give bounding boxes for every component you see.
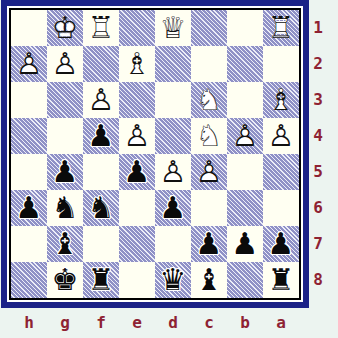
square-c7[interactable]: ♟: [191, 226, 227, 262]
piece-white-pawn: ♙: [227, 118, 263, 154]
square-b1[interactable]: [227, 10, 263, 46]
square-h5[interactable]: [11, 154, 47, 190]
square-e6[interactable]: [119, 190, 155, 226]
square-a4[interactable]: ♟♙: [263, 118, 299, 154]
piece-white-pawn: ♙: [191, 154, 227, 190]
white-pawn-fill: ♟: [263, 118, 299, 154]
square-c5[interactable]: ♟♙: [191, 154, 227, 190]
square-f4[interactable]: ♟: [83, 118, 119, 154]
piece-white-queen: ♕: [155, 10, 191, 46]
square-a8[interactable]: ♜: [263, 262, 299, 298]
white-pawn-fill: ♟: [11, 46, 47, 82]
square-f5[interactable]: [83, 154, 119, 190]
square-g2[interactable]: ♟♙: [47, 46, 83, 82]
piece-white-rook: ♖: [83, 10, 119, 46]
square-a7[interactable]: ♟: [263, 226, 299, 262]
chess-diagram: ♚♔♜♖♛♕♜♖♟♙♟♙♝♗♟♙♞♘♝♗♟♟♙♞♘♟♙♟♙♟♟♟♙♟♙♟♞♞♟♝…: [0, 0, 338, 338]
square-f6[interactable]: ♞: [83, 190, 119, 226]
square-c1[interactable]: [191, 10, 227, 46]
rank-label-8: 8: [309, 262, 327, 298]
square-f3[interactable]: ♟♙: [83, 82, 119, 118]
square-c6[interactable]: [191, 190, 227, 226]
square-d6[interactable]: ♟: [155, 190, 191, 226]
square-g7[interactable]: ♝: [47, 226, 83, 262]
white-king-fill: ♚: [47, 10, 83, 46]
piece-white-pawn: ♙: [47, 46, 83, 82]
square-b6[interactable]: [227, 190, 263, 226]
piece-white-bishop: ♗: [263, 82, 299, 118]
square-f7[interactable]: [83, 226, 119, 262]
piece-white-rook: ♖: [263, 10, 299, 46]
file-label-c: c: [191, 308, 227, 338]
square-a2[interactable]: [263, 46, 299, 82]
rank-label-4: 4: [309, 118, 327, 154]
square-d3[interactable]: [155, 82, 191, 118]
rank-label-1: 1: [309, 10, 327, 46]
piece-black-knight: ♞: [47, 190, 83, 226]
white-pawn-fill: ♟: [227, 118, 263, 154]
square-c4[interactable]: ♞♘: [191, 118, 227, 154]
square-d2[interactable]: [155, 46, 191, 82]
square-e8[interactable]: [119, 262, 155, 298]
board-frame: ♚♔♜♖♛♕♜♖♟♙♟♙♝♗♟♙♞♘♝♗♟♟♙♞♘♟♙♟♙♟♟♟♙♟♙♟♞♞♟♝…: [1, 0, 309, 308]
square-e3[interactable]: [119, 82, 155, 118]
square-e1[interactable]: [119, 10, 155, 46]
square-g8[interactable]: ♚: [47, 262, 83, 298]
file-label-f: f: [83, 308, 119, 338]
piece-black-pawn: ♟: [155, 190, 191, 226]
square-e5[interactable]: ♟: [119, 154, 155, 190]
file-label-a: a: [263, 308, 299, 338]
white-pawn-fill: ♟: [83, 82, 119, 118]
white-pawn-fill: ♟: [155, 154, 191, 190]
piece-black-rook: ♜: [83, 262, 119, 298]
square-b4[interactable]: ♟♙: [227, 118, 263, 154]
square-h6[interactable]: ♟: [11, 190, 47, 226]
square-d7[interactable]: [155, 226, 191, 262]
square-e4[interactable]: ♟♙: [119, 118, 155, 154]
square-h4[interactable]: [11, 118, 47, 154]
piece-black-pawn: ♟: [47, 154, 83, 190]
square-f2[interactable]: [83, 46, 119, 82]
chess-board: ♚♔♜♖♛♕♜♖♟♙♟♙♝♗♟♙♞♘♝♗♟♟♙♞♘♟♙♟♙♟♟♟♙♟♙♟♞♞♟♝…: [11, 10, 299, 298]
file-label-b: b: [227, 308, 263, 338]
white-rook-fill: ♜: [83, 10, 119, 46]
square-a5[interactable]: [263, 154, 299, 190]
square-h1[interactable]: [11, 10, 47, 46]
rank-label-7: 7: [309, 226, 327, 262]
square-b7[interactable]: ♟: [227, 226, 263, 262]
square-f1[interactable]: ♜♖: [83, 10, 119, 46]
piece-black-pawn: ♟: [119, 154, 155, 190]
square-h8[interactable]: [11, 262, 47, 298]
file-label-g: g: [47, 308, 83, 338]
square-b8[interactable]: [227, 262, 263, 298]
white-rook-fill: ♜: [263, 10, 299, 46]
piece-black-pawn: ♟: [11, 190, 47, 226]
rank-label-6: 6: [309, 190, 327, 226]
piece-black-pawn: ♟: [227, 226, 263, 262]
square-b3[interactable]: [227, 82, 263, 118]
file-label-e: e: [119, 308, 155, 338]
white-bishop-fill: ♝: [263, 82, 299, 118]
piece-white-pawn: ♙: [11, 46, 47, 82]
square-c2[interactable]: [191, 46, 227, 82]
white-queen-fill: ♛: [155, 10, 191, 46]
square-f8[interactable]: ♜: [83, 262, 119, 298]
square-g1[interactable]: ♚♔: [47, 10, 83, 46]
piece-white-pawn: ♙: [119, 118, 155, 154]
white-pawn-fill: ♟: [47, 46, 83, 82]
rank-labels: 12345678: [309, 10, 327, 298]
square-h7[interactable]: [11, 226, 47, 262]
square-g6[interactable]: ♞: [47, 190, 83, 226]
piece-white-king: ♔: [47, 10, 83, 46]
square-d4[interactable]: [155, 118, 191, 154]
square-a1[interactable]: ♜♖: [263, 10, 299, 46]
square-e7[interactable]: [119, 226, 155, 262]
piece-black-pawn: ♟: [263, 226, 299, 262]
square-d8[interactable]: ♛: [155, 262, 191, 298]
piece-black-bishop: ♝: [191, 262, 227, 298]
square-h3[interactable]: [11, 82, 47, 118]
square-a3[interactable]: ♝♗: [263, 82, 299, 118]
square-b5[interactable]: [227, 154, 263, 190]
frame-white-gap: ♚♔♜♖♛♕♜♖♟♙♟♙♝♗♟♙♞♘♝♗♟♟♙♞♘♟♙♟♙♟♟♟♙♟♙♟♞♞♟♝…: [7, 6, 303, 302]
piece-black-bishop: ♝: [47, 226, 83, 262]
square-d1[interactable]: ♛♕: [155, 10, 191, 46]
square-d5[interactable]: ♟♙: [155, 154, 191, 190]
square-h2[interactable]: ♟♙: [11, 46, 47, 82]
white-bishop-fill: ♝: [119, 46, 155, 82]
piece-white-pawn: ♙: [155, 154, 191, 190]
file-label-h: h: [11, 308, 47, 338]
piece-black-pawn: ♟: [83, 118, 119, 154]
piece-black-king: ♚: [47, 262, 83, 298]
white-pawn-fill: ♟: [119, 118, 155, 154]
square-g5[interactable]: ♟: [47, 154, 83, 190]
white-knight-fill: ♞: [191, 118, 227, 154]
rank-label-2: 2: [309, 46, 327, 82]
square-b2[interactable]: [227, 46, 263, 82]
square-g4[interactable]: [47, 118, 83, 154]
rank-label-3: 3: [309, 82, 327, 118]
file-labels: hgfedcba: [11, 308, 299, 338]
piece-black-pawn: ♟: [191, 226, 227, 262]
piece-white-pawn: ♙: [263, 118, 299, 154]
piece-white-pawn: ♙: [83, 82, 119, 118]
square-g3[interactable]: [47, 82, 83, 118]
piece-white-knight: ♘: [191, 118, 227, 154]
square-c8[interactable]: ♝: [191, 262, 227, 298]
frame-inner-line: ♚♔♜♖♛♕♜♖♟♙♟♙♝♗♟♙♞♘♝♗♟♟♙♞♘♟♙♟♙♟♟♟♙♟♙♟♞♞♟♝…: [9, 8, 301, 300]
square-a6[interactable]: [263, 190, 299, 226]
piece-white-knight: ♘: [191, 82, 227, 118]
file-label-d: d: [155, 308, 191, 338]
piece-black-knight: ♞: [83, 190, 119, 226]
piece-black-rook: ♜: [263, 262, 299, 298]
square-c3[interactable]: ♞♘: [191, 82, 227, 118]
piece-black-queen: ♛: [155, 262, 191, 298]
piece-white-bishop: ♗: [119, 46, 155, 82]
square-e2[interactable]: ♝♗: [119, 46, 155, 82]
white-knight-fill: ♞: [191, 82, 227, 118]
rank-label-5: 5: [309, 154, 327, 190]
white-pawn-fill: ♟: [191, 154, 227, 190]
